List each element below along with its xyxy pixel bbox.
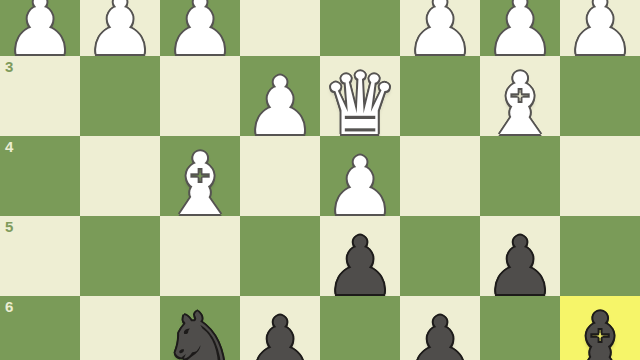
- square-f3[interactable]: [160, 56, 240, 136]
- black-pawn-c6[interactable]: ♟: [400, 307, 480, 360]
- square-g4[interactable]: [80, 136, 160, 216]
- square-e3[interactable]: ♟: [240, 56, 320, 136]
- square-b5[interactable]: ♟: [480, 216, 560, 296]
- rank-label-3: 3: [5, 59, 13, 74]
- square-d4[interactable]: ♟: [320, 136, 400, 216]
- square-h4[interactable]: 4: [0, 136, 80, 216]
- square-b3[interactable]: ♝: [480, 56, 560, 136]
- rank-label-4: 4: [5, 139, 13, 154]
- square-e6[interactable]: ♟: [240, 296, 320, 360]
- square-h5[interactable]: 5: [0, 216, 80, 296]
- square-a5[interactable]: [560, 216, 640, 296]
- square-f6[interactable]: ♞: [160, 296, 240, 360]
- square-f5[interactable]: [160, 216, 240, 296]
- square-c2[interactable]: ♟: [400, 0, 480, 56]
- black-pawn-b5[interactable]: ♟: [480, 227, 560, 307]
- white-bishop-f4[interactable]: ♝: [160, 141, 240, 227]
- white-queen-d3[interactable]: ♛: [320, 61, 400, 147]
- square-g2[interactable]: ♟: [80, 0, 160, 56]
- black-bishop-a6[interactable]: ♝: [560, 301, 640, 360]
- square-b2[interactable]: ♟: [480, 0, 560, 56]
- square-c4[interactable]: [400, 136, 480, 216]
- square-e4[interactable]: [240, 136, 320, 216]
- square-h3[interactable]: 3: [0, 56, 80, 136]
- square-d6[interactable]: [320, 296, 400, 360]
- square-e5[interactable]: [240, 216, 320, 296]
- white-pawn-e3[interactable]: ♟: [240, 67, 320, 147]
- square-g5[interactable]: [80, 216, 160, 296]
- square-c6[interactable]: ♟: [400, 296, 480, 360]
- square-f2[interactable]: ♟: [160, 0, 240, 56]
- square-h2[interactable]: ♟: [0, 0, 80, 56]
- square-g3[interactable]: [80, 56, 160, 136]
- square-a4[interactable]: [560, 136, 640, 216]
- square-a6[interactable]: ♝: [560, 296, 640, 360]
- square-a2[interactable]: ♟: [560, 0, 640, 56]
- square-c3[interactable]: [400, 56, 480, 136]
- square-c5[interactable]: [400, 216, 480, 296]
- black-knight-f6[interactable]: ♞: [160, 301, 240, 360]
- square-d3[interactable]: ♛: [320, 56, 400, 136]
- white-bishop-b3[interactable]: ♝: [480, 61, 560, 147]
- square-b4[interactable]: [480, 136, 560, 216]
- square-e2[interactable]: [240, 0, 320, 56]
- black-pawn-d5[interactable]: ♟: [320, 227, 400, 307]
- square-d5[interactable]: ♟: [320, 216, 400, 296]
- square-d2[interactable]: [320, 0, 400, 56]
- white-pawn-d4[interactable]: ♟: [320, 147, 400, 227]
- square-f4[interactable]: ♝: [160, 136, 240, 216]
- square-b6[interactable]: [480, 296, 560, 360]
- square-h6[interactable]: 6: [0, 296, 80, 360]
- square-a3[interactable]: [560, 56, 640, 136]
- chess-board-viewport: ♟♟♟♟♟♟3♟♛♝4♝♟5♟♟6♞♟♟♝: [0, 0, 640, 360]
- chess-board[interactable]: ♟♟♟♟♟♟3♟♛♝4♝♟5♟♟6♞♟♟♝: [0, 0, 640, 360]
- square-g6[interactable]: [80, 296, 160, 360]
- rank-label-6: 6: [5, 299, 13, 314]
- rank-label-5: 5: [5, 219, 13, 234]
- black-pawn-e6[interactable]: ♟: [240, 307, 320, 360]
